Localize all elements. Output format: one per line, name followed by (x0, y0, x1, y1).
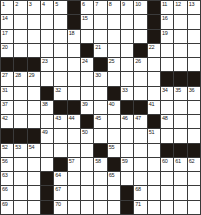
clue-number-30: 30 (95, 72, 101, 78)
cell-r11c7[interactable] (81, 144, 93, 157)
cell-r15c6[interactable] (68, 201, 80, 214)
cell-r8c12[interactable]: 41 (148, 101, 160, 114)
clue-number-70: 70 (55, 201, 61, 207)
cell-r10c14[interactable] (174, 129, 186, 142)
cell-r3c4[interactable] (41, 30, 53, 43)
cell-r3c13[interactable]: 19 (161, 30, 173, 43)
clue-number-5: 5 (55, 1, 58, 7)
cell-r6c12[interactable] (148, 72, 160, 85)
clue-number-32: 32 (55, 87, 61, 93)
cell-r1c10[interactable]: 9 (121, 1, 133, 14)
cell-r10c11[interactable] (134, 129, 146, 142)
cell-r7c3[interactable] (28, 87, 40, 100)
cell-r9c4[interactable] (41, 115, 53, 128)
black-cell-r6c13 (161, 72, 173, 85)
cell-r15c9[interactable] (108, 201, 120, 214)
clue-number-62: 62 (189, 158, 195, 164)
clue-number-7: 7 (95, 1, 98, 7)
cell-r2c4[interactable] (41, 15, 53, 28)
black-cell-r15c4 (41, 201, 53, 214)
clue-number-19: 19 (162, 30, 168, 36)
clue-number-66: 66 (2, 186, 8, 192)
clue-number-41: 41 (149, 101, 155, 107)
clue-number-38: 38 (42, 101, 48, 107)
cell-r9c1[interactable]: 42 (1, 115, 13, 128)
clue-number-14: 14 (2, 15, 8, 21)
cell-r14c14[interactable] (174, 186, 186, 199)
black-cell-r5c3 (28, 58, 40, 71)
cell-r5c15[interactable] (188, 58, 200, 71)
cell-r1c2[interactable]: 2 (14, 1, 26, 14)
clue-number-40: 40 (109, 101, 115, 107)
cell-r7c14[interactable]: 35 (174, 87, 186, 100)
cell-r1c15[interactable]: 13 (188, 1, 200, 14)
cell-r7c2[interactable] (14, 87, 26, 100)
cell-r9c10[interactable]: 46 (121, 115, 133, 128)
cell-r11c10[interactable] (121, 144, 133, 157)
black-cell-r8c5 (54, 101, 66, 114)
cell-r10c9[interactable] (108, 129, 120, 142)
cell-r4c9[interactable] (108, 44, 120, 57)
cell-r14c5[interactable]: 67 (54, 186, 66, 199)
clue-number-18: 18 (69, 30, 75, 36)
clue-number-6: 6 (82, 1, 85, 7)
cell-r12c8[interactable]: 58 (94, 158, 106, 171)
cell-r1c7[interactable]: 6 (81, 1, 93, 14)
cell-r2c5[interactable] (54, 15, 66, 28)
cell-r3c5[interactable] (54, 30, 66, 43)
clue-number-56: 56 (2, 158, 8, 164)
clue-number-21: 21 (95, 44, 101, 50)
clue-number-20: 20 (2, 44, 8, 50)
black-cell-r4c7 (81, 44, 93, 57)
cell-r11c2[interactable]: 53 (14, 144, 26, 157)
cell-r12c4[interactable] (41, 158, 53, 171)
cell-r4c14[interactable] (174, 44, 186, 57)
cell-r13c15[interactable] (188, 172, 200, 185)
black-cell-r3c12 (148, 30, 160, 43)
cell-r9c9[interactable] (108, 115, 120, 128)
cell-r5c7[interactable]: 24 (81, 58, 93, 71)
clue-number-48: 48 (162, 115, 168, 121)
cell-r5c12[interactable] (148, 58, 160, 71)
clue-number-37: 37 (2, 101, 8, 107)
crossword-grid: 1234567891011121314151617181920212223242… (0, 0, 201, 215)
clue-number-51: 51 (149, 129, 155, 135)
black-cell-r1c12 (148, 1, 160, 14)
cell-r8c9[interactable]: 40 (108, 101, 120, 114)
cell-r6c6[interactable] (68, 72, 80, 85)
cell-r5c5[interactable] (54, 58, 66, 71)
cell-r10c10[interactable] (121, 129, 133, 142)
black-cell-r6c14 (174, 72, 186, 85)
cell-r12c13[interactable]: 60 (161, 158, 173, 171)
cell-r13c11[interactable] (134, 172, 146, 185)
clue-number-69: 69 (2, 201, 8, 207)
clue-number-28: 28 (15, 72, 21, 78)
cell-r8c13[interactable] (161, 101, 173, 114)
clue-number-35: 35 (175, 87, 181, 93)
clue-number-68: 68 (135, 186, 141, 192)
cell-r1c3[interactable]: 3 (28, 1, 40, 14)
cell-r14c15[interactable] (188, 186, 200, 199)
cell-r6c9[interactable] (108, 72, 120, 85)
cell-r15c3[interactable] (28, 201, 40, 214)
cell-r8c1[interactable]: 37 (1, 101, 13, 114)
cell-r14c2[interactable] (14, 186, 26, 199)
cell-r9c11[interactable]: 47 (134, 115, 146, 128)
cell-r7c6[interactable] (68, 87, 80, 100)
cell-r9c6[interactable]: 44 (68, 115, 80, 128)
clue-number-12: 12 (175, 1, 181, 7)
cell-r1c1[interactable]: 1 (1, 1, 13, 14)
clue-number-71: 71 (135, 201, 141, 207)
clue-number-54: 54 (29, 144, 35, 150)
cell-r3c14[interactable] (174, 30, 186, 43)
cell-r9c3[interactable] (28, 115, 40, 128)
cell-r10c6[interactable] (68, 129, 80, 142)
clue-number-2: 2 (15, 1, 18, 7)
cell-r12c7[interactable] (81, 158, 93, 171)
black-cell-r11c14 (174, 144, 186, 157)
clue-number-63: 63 (2, 172, 8, 178)
cell-r13c7[interactable] (81, 172, 93, 185)
cell-r1c8[interactable]: 7 (94, 1, 106, 14)
cell-r12c3[interactable] (28, 158, 40, 171)
black-cell-r8c6 (68, 101, 80, 114)
cell-r15c11[interactable]: 71 (134, 201, 146, 214)
cell-r2c11[interactable] (134, 15, 146, 28)
black-cell-r7c9 (108, 87, 120, 100)
cell-r2c3[interactable] (28, 15, 40, 28)
cell-r4c6[interactable] (68, 44, 80, 57)
clue-number-36: 36 (189, 87, 195, 93)
black-cell-r12c5 (54, 158, 66, 171)
black-cell-r1c6 (68, 1, 80, 14)
clue-number-1: 1 (2, 1, 5, 7)
cell-r6c11[interactable] (134, 72, 146, 85)
cell-r10c4[interactable]: 49 (41, 129, 53, 142)
black-cell-r9c12 (148, 115, 160, 128)
cell-r7c12[interactable] (148, 87, 160, 100)
clue-number-24: 24 (82, 58, 88, 64)
cell-r4c5[interactable] (54, 44, 66, 57)
cell-r11c1[interactable]: 52 (1, 144, 13, 157)
clue-number-45: 45 (95, 115, 101, 121)
cell-r14c13[interactable] (161, 186, 173, 199)
cell-r6c5[interactable] (54, 72, 66, 85)
cell-r15c2[interactable] (14, 201, 26, 214)
cell-r7c15[interactable]: 36 (188, 87, 200, 100)
black-cell-r5c8 (94, 58, 106, 71)
cell-r5c11[interactable]: 26 (134, 58, 146, 71)
cell-r8c7[interactable]: 39 (81, 101, 93, 114)
cell-r14c9[interactable] (108, 186, 120, 199)
clue-number-50: 50 (82, 129, 88, 135)
cell-r3c3[interactable] (28, 30, 40, 43)
black-cell-r12c9 (108, 158, 120, 171)
cell-r14c12[interactable] (148, 186, 160, 199)
clue-number-10: 10 (135, 1, 141, 7)
black-cell-r2c6 (68, 15, 80, 28)
cell-r10c13[interactable] (161, 129, 173, 142)
cell-r5c9[interactable]: 25 (108, 58, 120, 71)
cell-r1c14[interactable]: 12 (174, 1, 186, 14)
cell-r3c11[interactable] (134, 30, 146, 43)
cell-r15c8[interactable] (94, 201, 106, 214)
cell-r11c11[interactable] (134, 144, 146, 157)
black-cell-r11c13 (161, 144, 173, 157)
cell-r12c2[interactable] (14, 158, 26, 171)
cell-r12c12[interactable] (148, 158, 160, 171)
cell-r11c6[interactable] (68, 144, 80, 157)
cell-r5c13[interactable] (161, 58, 173, 71)
cell-r2c7[interactable]: 15 (81, 15, 93, 28)
cell-r13c3[interactable] (28, 172, 40, 185)
cell-r2c2[interactable] (14, 15, 26, 28)
cell-r11c3[interactable]: 54 (28, 144, 40, 157)
cell-r4c4[interactable] (41, 44, 53, 57)
cell-r9c5[interactable]: 43 (54, 115, 66, 128)
clue-number-58: 58 (95, 158, 101, 164)
cell-r13c6[interactable] (68, 172, 80, 185)
cell-r6c8[interactable]: 30 (94, 72, 106, 85)
cell-r9c13[interactable]: 48 (161, 115, 173, 128)
clue-number-55: 55 (109, 144, 115, 150)
cell-r10c5[interactable] (54, 129, 66, 142)
cell-r8c3[interactable] (28, 101, 40, 114)
black-cell-r9c7 (81, 115, 93, 128)
black-cell-r14c10 (121, 186, 133, 199)
cell-r13c9[interactable]: 65 (108, 172, 120, 185)
cell-r6c1[interactable]: 27 (1, 72, 13, 85)
black-cell-r8c10 (121, 101, 133, 114)
clue-number-8: 8 (109, 1, 112, 7)
cell-r4c13[interactable] (161, 44, 173, 57)
cell-r2c13[interactable]: 16 (161, 15, 173, 28)
cell-r8c15[interactable] (188, 101, 200, 114)
cell-r7c5[interactable]: 32 (54, 87, 66, 100)
cell-r12c11[interactable] (134, 158, 146, 171)
black-cell-r11c15 (188, 144, 200, 157)
cell-r14c6[interactable] (68, 186, 80, 199)
cell-r8c2[interactable] (14, 101, 26, 114)
black-cell-r13c4 (41, 172, 53, 185)
black-cell-r7c4 (41, 87, 53, 100)
clue-number-15: 15 (82, 15, 88, 21)
clue-number-53: 53 (15, 144, 21, 150)
cell-r2c9[interactable] (108, 15, 120, 28)
clue-number-9: 9 (122, 1, 125, 7)
clue-number-43: 43 (55, 115, 61, 121)
clue-number-27: 27 (2, 72, 8, 78)
clue-number-59: 59 (122, 158, 128, 164)
cell-r12c10[interactable]: 59 (121, 158, 133, 171)
cell-r8c4[interactable]: 38 (41, 101, 53, 114)
cell-r1c4[interactable]: 4 (41, 1, 53, 14)
cell-r15c14[interactable] (174, 201, 186, 214)
clue-number-52: 52 (2, 144, 8, 150)
clue-number-3: 3 (29, 1, 32, 7)
cell-r10c15[interactable] (188, 129, 200, 142)
cell-r15c5[interactable]: 70 (54, 201, 66, 214)
cell-r4c12[interactable]: 22 (148, 44, 160, 57)
cell-r11c5[interactable] (54, 144, 66, 157)
cell-r1c9[interactable]: 8 (108, 1, 120, 14)
black-cell-r8c11 (134, 101, 146, 114)
cell-r14c7[interactable] (81, 186, 93, 199)
cell-r4c8[interactable]: 21 (94, 44, 106, 57)
cell-r15c13[interactable] (161, 201, 173, 214)
cell-r4c3[interactable] (28, 44, 40, 57)
clue-number-31: 31 (2, 87, 8, 93)
cell-r15c7[interactable] (81, 201, 93, 214)
cell-r13c10[interactable] (121, 172, 133, 185)
clue-number-29: 29 (29, 72, 35, 78)
clue-number-60: 60 (162, 158, 168, 164)
black-cell-r10c3 (28, 129, 40, 142)
cell-r15c12[interactable] (148, 201, 160, 214)
cell-r12c1[interactable]: 56 (1, 158, 13, 171)
clue-number-47: 47 (135, 115, 141, 121)
cell-r14c1[interactable]: 66 (1, 186, 13, 199)
cell-r11c9[interactable]: 55 (108, 144, 120, 157)
clue-number-64: 64 (55, 172, 61, 178)
clue-number-33: 33 (122, 87, 128, 93)
cell-r15c1[interactable]: 69 (1, 201, 13, 214)
cell-r7c7[interactable] (81, 87, 93, 100)
clue-number-61: 61 (175, 158, 181, 164)
cell-r13c13[interactable] (161, 172, 173, 185)
cell-r3c8[interactable] (94, 30, 106, 43)
clue-number-65: 65 (109, 172, 115, 178)
cell-r7c1[interactable]: 31 (1, 87, 13, 100)
clue-number-23: 23 (42, 58, 48, 64)
cell-r5c6[interactable] (68, 58, 80, 71)
cell-r12c15[interactable]: 62 (188, 158, 200, 171)
cell-r9c2[interactable] (14, 115, 26, 128)
cell-r2c1[interactable]: 14 (1, 15, 13, 28)
clue-number-13: 13 (189, 1, 195, 7)
clue-number-16: 16 (162, 15, 168, 21)
cell-r13c1[interactable]: 63 (1, 172, 13, 185)
cell-r1c13[interactable]: 11 (161, 1, 173, 14)
cell-r13c14[interactable] (174, 172, 186, 185)
black-cell-r14c4 (41, 186, 53, 199)
black-cell-r5c2 (14, 58, 26, 71)
cell-r5c4[interactable]: 23 (41, 58, 53, 71)
cell-r9c15[interactable] (188, 115, 200, 128)
clue-number-17: 17 (2, 30, 8, 36)
black-cell-r2c12 (148, 15, 160, 28)
cell-r10c8[interactable] (94, 129, 106, 142)
black-cell-r5c1 (1, 58, 13, 71)
cell-r2c8[interactable] (94, 15, 106, 28)
cell-r3c9[interactable] (108, 30, 120, 43)
cell-r4c10[interactable] (121, 44, 133, 57)
cell-r7c10[interactable]: 33 (121, 87, 133, 100)
cell-r7c11[interactable] (134, 87, 146, 100)
cell-r6c2[interactable]: 28 (14, 72, 26, 85)
black-cell-r11c8 (94, 144, 106, 157)
cell-r9c8[interactable]: 45 (94, 115, 106, 128)
black-cell-r10c1 (1, 129, 13, 142)
cell-r3c15[interactable] (188, 30, 200, 43)
cell-r6c10[interactable] (121, 72, 133, 85)
cell-r13c8[interactable] (94, 172, 106, 185)
cell-r3c2[interactable] (14, 30, 26, 43)
cell-r4c2[interactable] (14, 44, 26, 57)
cell-r2c15[interactable] (188, 15, 200, 28)
clue-number-34: 34 (162, 87, 168, 93)
cell-r13c2[interactable] (14, 172, 26, 185)
clue-number-22: 22 (149, 44, 155, 50)
cell-r14c3[interactable] (28, 186, 40, 199)
clue-number-25: 25 (109, 58, 115, 64)
cell-r3c6[interactable]: 18 (68, 30, 80, 43)
cell-r7c8[interactable] (94, 87, 106, 100)
clue-number-57: 57 (69, 158, 75, 164)
cell-r2c14[interactable] (174, 15, 186, 28)
black-cell-r6c15 (188, 72, 200, 85)
cell-r12c6[interactable]: 57 (68, 158, 80, 171)
cell-r6c7[interactable] (81, 72, 93, 85)
cell-r11c12[interactable] (148, 144, 160, 157)
clue-number-49: 49 (42, 129, 48, 135)
cell-r12c14[interactable]: 61 (174, 158, 186, 171)
cell-r14c8[interactable] (94, 186, 106, 199)
clue-number-39: 39 (82, 101, 88, 107)
clue-number-42: 42 (2, 115, 8, 121)
cell-r3c1[interactable]: 17 (1, 30, 13, 43)
black-cell-r4c11 (134, 44, 146, 57)
cell-r3c7[interactable] (81, 30, 93, 43)
cell-r13c5[interactable]: 64 (54, 172, 66, 185)
cell-r10c12[interactable]: 51 (148, 129, 160, 142)
cell-r4c15[interactable] (188, 44, 200, 57)
cell-r4c1[interactable]: 20 (1, 44, 13, 57)
black-cell-r10c2 (14, 129, 26, 142)
cell-r13c12[interactable] (148, 172, 160, 185)
cell-r1c11[interactable]: 10 (134, 1, 146, 14)
cell-r8c8[interactable] (94, 101, 106, 114)
clue-number-67: 67 (55, 186, 61, 192)
clue-number-11: 11 (162, 1, 167, 7)
cell-r2c10[interactable] (121, 15, 133, 28)
clue-number-46: 46 (122, 115, 128, 121)
cell-r6c3[interactable]: 29 (28, 72, 40, 85)
clue-number-26: 26 (135, 58, 141, 64)
cell-r10c7[interactable]: 50 (81, 129, 93, 142)
black-cell-r15c10 (121, 201, 133, 214)
cell-r6c4[interactable] (41, 72, 53, 85)
cell-r1c5[interactable]: 5 (54, 1, 66, 14)
clue-number-44: 44 (69, 115, 75, 121)
cell-r3c10[interactable] (121, 30, 133, 43)
cell-r9c14[interactable] (174, 115, 186, 128)
cell-r15c15[interactable] (188, 201, 200, 214)
cell-r7c13[interactable]: 34 (161, 87, 173, 100)
clue-number-4: 4 (42, 1, 45, 7)
cell-r5c10[interactable] (121, 58, 133, 71)
cell-r8c14[interactable] (174, 101, 186, 114)
cell-r11c4[interactable] (41, 144, 53, 157)
cell-r5c14[interactable] (174, 58, 186, 71)
cell-r14c11[interactable]: 68 (134, 186, 146, 199)
